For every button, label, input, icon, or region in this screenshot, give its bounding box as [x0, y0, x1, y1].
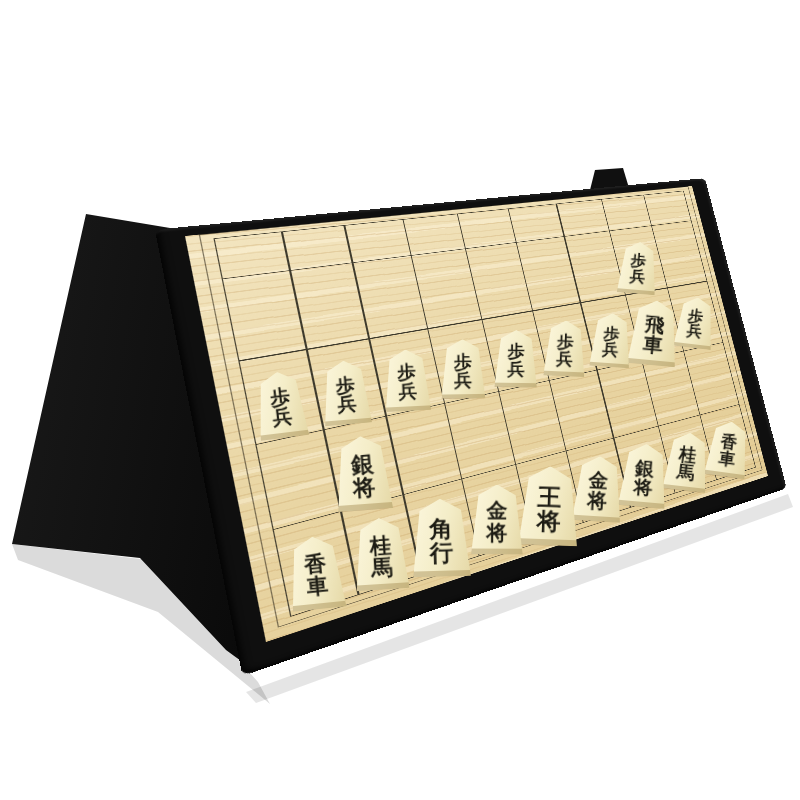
piece-base-edge [413, 569, 471, 577]
piece-kanji: 角行 [411, 508, 470, 572]
piece-kanji: 歩兵 [494, 338, 537, 385]
shogi-piece-6i[interactable]: 金将 [471, 485, 523, 555]
piece-base-edge [441, 394, 485, 399]
piece-base-edge [494, 382, 537, 387]
piece-base-edge [471, 549, 523, 555]
piece-kanji: 王将 [519, 476, 580, 541]
piece-kanji: 金将 [471, 494, 523, 550]
product-photo-stage: 香車桂馬角行金将王将金将銀将桂馬香車銀将歩兵歩兵歩兵歩兵歩兵歩兵歩兵飛車歩兵歩兵 [0, 0, 800, 800]
piece-kanji: 歩兵 [441, 347, 486, 395]
piece-kanji: 歩兵 [383, 357, 431, 408]
